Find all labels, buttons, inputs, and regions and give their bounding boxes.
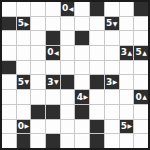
empty-cell-r6c6[interactable] [90,90,104,104]
arrow-up-icon: ▲ [142,50,147,56]
clue-number: 3 [106,78,112,87]
empty-cell-r7c9[interactable] [134,105,148,119]
arrow-up-icon: ▲ [128,50,133,56]
arrow-right-icon: ▶ [128,124,133,130]
empty-cell-r1c9[interactable] [134,17,148,31]
clue-cell-r5c1: 5▼ [17,75,31,89]
empty-cell-r0c0[interactable] [2,2,16,16]
clue-number: 3 [47,78,53,87]
clue-number: 3 [121,48,127,57]
empty-cell-r8c2[interactable] [31,120,45,134]
empty-cell-r3c1[interactable] [17,46,31,60]
arrow-left-icon: ◀ [54,50,59,56]
clue-cell-r8c1: 0▶ [17,120,31,134]
clue-cell-r1c7: 5▼ [105,17,119,31]
empty-cell-r8c0[interactable] [2,120,16,134]
empty-cell-r3c0[interactable] [2,46,16,60]
empty-cell-r2c8[interactable] [120,31,134,45]
empty-cell-r7c0[interactable] [2,105,16,119]
black-cell-r1c0[interactable] [2,17,16,31]
empty-cell-r6c0[interactable] [2,90,16,104]
clue-cell-r3c9: 5▲ [134,46,148,60]
arrow-down-icon: ▼ [113,21,118,27]
empty-cell-r4c9[interactable] [134,61,148,75]
black-cell-r2c3[interactable] [46,31,60,45]
empty-cell-r4c5[interactable] [75,61,89,75]
empty-cell-r4c8[interactable] [120,61,134,75]
empty-cell-r6c3[interactable] [46,90,60,104]
clue-cell-r3c8: 3▲ [120,46,134,60]
black-cell-r9c6[interactable] [90,134,104,148]
arrow-down-icon: ▼ [25,80,30,86]
black-cell-r9c3[interactable] [46,134,60,148]
empty-cell-r9c7[interactable] [105,134,119,148]
arrow-left-icon: ◀ [69,6,74,12]
black-cell-r9c1[interactable] [17,134,31,148]
empty-cell-r7c6[interactable] [90,105,104,119]
black-cell-r5c4[interactable] [61,75,75,89]
empty-cell-r0c2[interactable] [31,2,45,16]
black-cell-r8c6[interactable] [90,120,104,134]
clue-number: 4 [77,93,83,102]
empty-cell-r8c3[interactable] [46,120,60,134]
empty-cell-r2c0[interactable] [2,31,16,45]
empty-cell-r5c5[interactable] [75,75,89,89]
empty-cell-r1c8[interactable] [120,17,134,31]
empty-cell-r4c3[interactable] [46,61,60,75]
empty-cell-r7c4[interactable] [61,105,75,119]
empty-cell-r0c7[interactable] [105,2,119,16]
empty-cell-r2c9[interactable] [134,31,148,45]
empty-cell-r3c7[interactable] [105,46,119,60]
empty-cell-r9c8[interactable] [120,134,134,148]
puzzle-board: 0◀5▶5▼0◀3▲5▲5▼3▼3▶4▶0▲0▶5▶ [0,0,150,150]
empty-cell-r0c3[interactable] [46,2,60,16]
empty-cell-r8c4[interactable] [61,120,75,134]
empty-cell-r8c5[interactable] [75,120,89,134]
clue-number: 0 [62,4,68,13]
black-cell-r7c5[interactable] [75,105,89,119]
black-cell-r7c3[interactable] [46,105,60,119]
clue-number: 5 [106,19,112,28]
empty-cell-r1c2[interactable] [31,17,45,31]
empty-cell-r9c9[interactable] [134,134,148,148]
empty-cell-r3c5[interactable] [75,46,89,60]
empty-cell-r2c1[interactable] [17,31,31,45]
empty-cell-r1c5[interactable] [75,17,89,31]
empty-cell-r6c7[interactable] [105,90,119,104]
black-cell-r4c0[interactable] [2,61,16,75]
clue-cell-r5c3: 3▼ [46,75,60,89]
empty-cell-r5c2[interactable] [31,75,45,89]
arrow-up-icon: ▲ [142,94,147,100]
arrow-right-icon: ▶ [83,94,88,100]
clue-cell-r3c3: 0◀ [46,46,60,60]
empty-cell-r3c6[interactable] [90,46,104,60]
black-cell-r5c6[interactable] [90,75,104,89]
arrow-down-icon: ▼ [54,80,59,86]
empty-cell-r4c4[interactable] [61,61,75,75]
empty-cell-r9c4[interactable] [61,134,75,148]
clue-number: 0 [18,122,24,131]
clue-cell-r6c5: 4▶ [75,90,89,104]
empty-cell-r0c8[interactable] [120,2,134,16]
black-cell-r2c5[interactable] [75,31,89,45]
empty-cell-r0c1[interactable] [17,2,31,16]
empty-cell-r5c9[interactable] [134,75,148,89]
empty-cell-r2c4[interactable] [61,31,75,45]
empty-cell-r5c0[interactable] [2,75,16,89]
empty-cell-r7c1[interactable] [17,105,31,119]
empty-cell-r0c5[interactable] [75,2,89,16]
empty-cell-r6c8[interactable] [120,90,134,104]
empty-cell-r7c8[interactable] [120,105,134,119]
empty-cell-r1c6[interactable] [90,17,104,31]
black-cell-r0c6[interactable] [90,2,104,16]
arrow-right-icon: ▶ [113,80,118,86]
empty-cell-r4c1[interactable] [17,61,31,75]
empty-cell-r9c5[interactable] [75,134,89,148]
clue-cell-r6c9: 0▲ [134,90,148,104]
clue-cell-r5c7: 3▶ [105,75,119,89]
empty-cell-r1c4[interactable] [61,17,75,31]
empty-cell-r5c8[interactable] [120,75,134,89]
empty-cell-r1c3[interactable] [46,17,60,31]
clue-number: 0 [135,93,141,102]
empty-cell-r8c7[interactable] [105,120,119,134]
clue-number: 5 [135,48,141,57]
empty-cell-r9c2[interactable] [31,134,45,148]
empty-cell-r6c2[interactable] [31,90,45,104]
empty-cell-r6c1[interactable] [17,90,31,104]
black-cell-r0c9[interactable] [134,2,148,16]
clue-number: 5 [18,78,24,87]
clue-cell-r1c1: 5▶ [17,17,31,31]
empty-cell-r6c4[interactable] [61,90,75,104]
empty-cell-r8c9[interactable] [134,120,148,134]
clue-cell-r0c4: 0◀ [61,2,75,16]
empty-cell-r3c4[interactable] [61,46,75,60]
clue-number: 0 [47,48,53,57]
empty-cell-r2c6[interactable] [90,31,104,45]
empty-cell-r2c7[interactable] [105,31,119,45]
black-cell-r7c2[interactable] [31,105,45,119]
arrow-right-icon: ▶ [25,21,30,27]
clue-number: 5 [18,19,24,28]
empty-cell-r2c2[interactable] [31,31,45,45]
empty-cell-r4c6[interactable] [90,61,104,75]
empty-cell-r4c2[interactable] [31,61,45,75]
empty-cell-r9c0[interactable] [2,134,16,148]
clue-cell-r8c8: 5▶ [120,120,134,134]
empty-cell-r7c7[interactable] [105,105,119,119]
empty-cell-r4c7[interactable] [105,61,119,75]
clue-number: 5 [121,122,127,131]
empty-cell-r3c2[interactable] [31,46,45,60]
arrow-right-icon: ▶ [25,124,30,130]
